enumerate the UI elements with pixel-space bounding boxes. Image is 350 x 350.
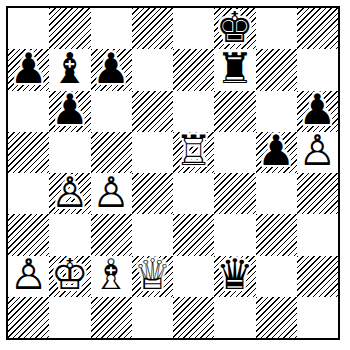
square-g5[interactable]: ♟ — [256, 132, 297, 173]
square-c5[interactable] — [91, 132, 132, 173]
square-h5[interactable]: ♙ — [297, 132, 338, 173]
piece-black-pawn-c7[interactable]: ♟ — [92, 49, 130, 90]
square-a7[interactable]: ♟ — [8, 49, 49, 90]
square-d3[interactable] — [132, 214, 173, 255]
piece-black-rook-f7[interactable]: ♜ — [216, 49, 254, 90]
square-f8[interactable]: ♚ — [214, 8, 255, 49]
piece-white-rook-e5[interactable]: ♖ — [175, 132, 213, 173]
piece-white-king-b2[interactable]: ♔ — [51, 256, 89, 297]
piece-white-pawn-a2[interactable]: ♙ — [10, 256, 48, 297]
piece-black-pawn-h6[interactable]: ♟ — [299, 91, 337, 132]
square-b7[interactable]: ♝ — [49, 49, 90, 90]
square-a5[interactable] — [8, 132, 49, 173]
piece-black-king-f8[interactable]: ♚ — [216, 8, 254, 49]
square-h7[interactable] — [297, 49, 338, 90]
square-h1[interactable] — [297, 297, 338, 338]
square-f4[interactable] — [214, 173, 255, 214]
square-g6[interactable] — [256, 91, 297, 132]
square-h8[interactable] — [297, 8, 338, 49]
square-d1[interactable] — [132, 297, 173, 338]
square-g3[interactable] — [256, 214, 297, 255]
square-b6[interactable]: ♟ — [49, 91, 90, 132]
square-h2[interactable] — [297, 256, 338, 297]
square-c1[interactable] — [91, 297, 132, 338]
chess-diagram: ♚♟♝♟♜♟♟♖♟♙♙♙♙♔♗♕♛ — [0, 0, 350, 350]
square-e3[interactable] — [173, 214, 214, 255]
square-e8[interactable] — [173, 8, 214, 49]
piece-black-pawn-g5[interactable]: ♟ — [257, 132, 295, 173]
square-c4[interactable]: ♙ — [91, 173, 132, 214]
square-c6[interactable] — [91, 91, 132, 132]
square-e2[interactable] — [173, 256, 214, 297]
piece-black-pawn-b6[interactable]: ♟ — [51, 91, 89, 132]
piece-white-bishop-c2[interactable]: ♗ — [92, 256, 130, 297]
chess-board: ♚♟♝♟♜♟♟♖♟♙♙♙♙♔♗♕♛ — [6, 6, 340, 340]
square-c8[interactable] — [91, 8, 132, 49]
piece-white-queen-d2[interactable]: ♕ — [134, 256, 172, 297]
square-b5[interactable] — [49, 132, 90, 173]
square-e6[interactable] — [173, 91, 214, 132]
square-d8[interactable] — [132, 8, 173, 49]
square-g2[interactable] — [256, 256, 297, 297]
piece-black-bishop-b7[interactable]: ♝ — [51, 49, 89, 90]
square-d2[interactable]: ♕ — [132, 256, 173, 297]
square-f6[interactable] — [214, 91, 255, 132]
piece-white-pawn-b4[interactable]: ♙ — [51, 173, 89, 214]
square-h4[interactable] — [297, 173, 338, 214]
square-g8[interactable] — [256, 8, 297, 49]
square-f7[interactable]: ♜ — [214, 49, 255, 90]
square-f3[interactable] — [214, 214, 255, 255]
square-g4[interactable] — [256, 173, 297, 214]
square-a2[interactable]: ♙ — [8, 256, 49, 297]
square-a4[interactable] — [8, 173, 49, 214]
square-a1[interactable] — [8, 297, 49, 338]
square-f2[interactable]: ♛ — [214, 256, 255, 297]
square-d6[interactable] — [132, 91, 173, 132]
square-b3[interactable] — [49, 214, 90, 255]
square-b8[interactable] — [49, 8, 90, 49]
square-e5[interactable]: ♖ — [173, 132, 214, 173]
square-c7[interactable]: ♟ — [91, 49, 132, 90]
square-b2[interactable]: ♔ — [49, 256, 90, 297]
square-c2[interactable]: ♗ — [91, 256, 132, 297]
square-e4[interactable] — [173, 173, 214, 214]
square-g7[interactable] — [256, 49, 297, 90]
square-a8[interactable] — [8, 8, 49, 49]
square-f5[interactable] — [214, 132, 255, 173]
square-h6[interactable]: ♟ — [297, 91, 338, 132]
square-f1[interactable] — [214, 297, 255, 338]
square-a3[interactable] — [8, 214, 49, 255]
piece-black-queen-f2[interactable]: ♛ — [216, 256, 254, 297]
square-d5[interactable] — [132, 132, 173, 173]
square-b4[interactable]: ♙ — [49, 173, 90, 214]
piece-black-pawn-a7[interactable]: ♟ — [10, 49, 48, 90]
square-d7[interactable] — [132, 49, 173, 90]
square-g1[interactable] — [256, 297, 297, 338]
square-c3[interactable] — [91, 214, 132, 255]
square-e7[interactable] — [173, 49, 214, 90]
piece-white-pawn-h5[interactable]: ♙ — [299, 132, 337, 173]
square-a6[interactable] — [8, 91, 49, 132]
square-h3[interactable] — [297, 214, 338, 255]
square-e1[interactable] — [173, 297, 214, 338]
square-d4[interactable] — [132, 173, 173, 214]
square-b1[interactable] — [49, 297, 90, 338]
piece-white-pawn-c4[interactable]: ♙ — [92, 173, 130, 214]
